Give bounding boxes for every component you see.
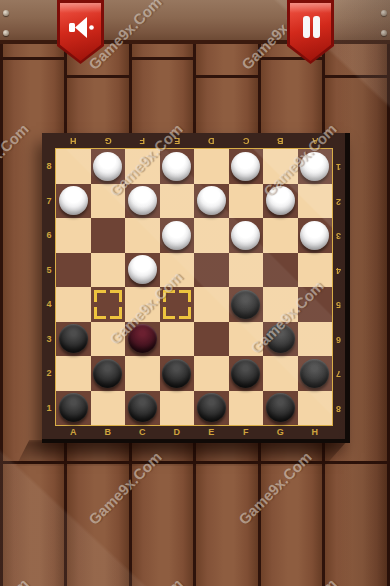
coordinate-label: 8 xyxy=(332,391,345,426)
square-h7[interactable] xyxy=(298,184,333,219)
square-d6[interactable] xyxy=(160,218,195,253)
black-piece-g1[interactable] xyxy=(266,393,295,422)
white-piece-f6[interactable] xyxy=(231,221,260,250)
square-c7[interactable] xyxy=(125,184,160,219)
screw-icon xyxy=(381,10,387,16)
white-piece-e7[interactable] xyxy=(197,186,226,215)
coordinate-label: 4 xyxy=(332,253,345,288)
board-grid xyxy=(56,149,332,425)
square-e2[interactable] xyxy=(194,356,229,391)
screw-icon xyxy=(3,30,9,36)
square-a3[interactable] xyxy=(56,322,91,357)
white-piece-g7[interactable] xyxy=(266,186,295,215)
coordinate-label: F xyxy=(229,425,264,439)
coordinate-label: C xyxy=(125,425,160,439)
square-b1[interactable] xyxy=(91,391,126,426)
coordinate-label: E xyxy=(160,133,195,149)
black-piece-b2[interactable] xyxy=(93,359,122,388)
black-piece-c1[interactable] xyxy=(128,393,157,422)
coordinate-label: 8 xyxy=(42,149,56,184)
square-a4[interactable] xyxy=(56,287,91,322)
white-piece-d8[interactable] xyxy=(162,152,191,181)
square-d4[interactable] xyxy=(160,287,195,322)
selected-black-piece-c3[interactable] xyxy=(128,324,157,353)
coordinate-label: G xyxy=(263,425,298,439)
bracket-corner xyxy=(94,290,106,302)
bracket-corner xyxy=(94,307,106,319)
coordinate-label: D xyxy=(160,425,195,439)
square-d3[interactable] xyxy=(160,322,195,357)
square-h6[interactable] xyxy=(298,218,333,253)
square-c1[interactable] xyxy=(125,391,160,426)
black-piece-f4[interactable] xyxy=(231,290,260,319)
square-b7[interactable] xyxy=(91,184,126,219)
black-piece-a1[interactable] xyxy=(59,393,88,422)
black-piece-h2[interactable] xyxy=(300,359,329,388)
coordinate-label: 2 xyxy=(332,184,345,219)
plank-joint xyxy=(64,75,129,78)
square-g8[interactable] xyxy=(263,149,298,184)
square-a1[interactable] xyxy=(56,391,91,426)
top-coordinates: HGFEDCBA xyxy=(56,133,332,149)
coordinate-label: 3 xyxy=(42,322,56,357)
square-b8[interactable] xyxy=(91,149,126,184)
square-a2[interactable] xyxy=(56,356,91,391)
coordinate-label: 1 xyxy=(42,391,56,426)
white-piece-b8[interactable] xyxy=(93,152,122,181)
checkers-board: HGFEDCBA ABCDEFGH 87654321 12345678 xyxy=(42,133,350,443)
square-c2[interactable] xyxy=(125,356,160,391)
plank-joint xyxy=(129,57,193,60)
screw-icon xyxy=(381,30,387,36)
square-f8[interactable] xyxy=(229,149,264,184)
square-f3[interactable] xyxy=(229,322,264,357)
bracket-corner xyxy=(163,290,175,302)
square-a8[interactable] xyxy=(56,149,91,184)
square-c8[interactable] xyxy=(125,149,160,184)
square-b2[interactable] xyxy=(91,356,126,391)
bracket-corner xyxy=(110,290,122,302)
move-highlight-b4[interactable] xyxy=(94,290,123,319)
square-g6[interactable] xyxy=(263,218,298,253)
coordinate-label: H xyxy=(56,133,91,149)
square-g7[interactable] xyxy=(263,184,298,219)
coordinate-label: C xyxy=(229,133,264,149)
black-piece-g3[interactable] xyxy=(266,324,295,353)
bracket-corner xyxy=(179,307,191,319)
bottom-coordinates: ABCDEFGH xyxy=(56,425,332,439)
square-e4[interactable] xyxy=(194,287,229,322)
speaker-icon xyxy=(66,14,96,40)
coordinate-label: E xyxy=(194,425,229,439)
square-d8[interactable] xyxy=(160,149,195,184)
coordinate-label: A xyxy=(56,425,91,439)
square-h4[interactable] xyxy=(298,287,333,322)
square-h1[interactable] xyxy=(298,391,333,426)
square-g1[interactable] xyxy=(263,391,298,426)
square-d7[interactable] xyxy=(160,184,195,219)
square-h5[interactable] xyxy=(298,253,333,288)
coordinate-label: 7 xyxy=(42,184,56,219)
square-e6[interactable] xyxy=(194,218,229,253)
coordinate-label: G xyxy=(91,133,126,149)
square-h3[interactable] xyxy=(298,322,333,357)
square-g5[interactable] xyxy=(263,253,298,288)
square-b3[interactable] xyxy=(91,322,126,357)
square-e3[interactable] xyxy=(194,322,229,357)
black-piece-e1[interactable] xyxy=(197,393,226,422)
square-f7[interactable] xyxy=(229,184,264,219)
coordinate-label: 5 xyxy=(42,253,56,288)
square-f2[interactable] xyxy=(229,356,264,391)
white-piece-d6[interactable] xyxy=(162,221,191,250)
board-shadow xyxy=(16,440,348,466)
white-piece-f8[interactable] xyxy=(231,152,260,181)
move-highlight-d4[interactable] xyxy=(163,290,192,319)
square-d1[interactable] xyxy=(160,391,195,426)
square-a7[interactable] xyxy=(56,184,91,219)
coordinate-label: F xyxy=(125,133,160,149)
square-c6[interactable] xyxy=(125,218,160,253)
right-coordinates: 12345678 xyxy=(332,149,345,425)
board-frame: HGFEDCBA ABCDEFGH 87654321 12345678 xyxy=(42,133,345,439)
square-g4[interactable] xyxy=(263,287,298,322)
square-c3[interactable] xyxy=(125,322,160,357)
square-c5[interactable] xyxy=(125,253,160,288)
square-h8[interactable] xyxy=(298,149,333,184)
black-piece-f2[interactable] xyxy=(231,359,260,388)
square-b6[interactable] xyxy=(91,218,126,253)
coordinate-label: H xyxy=(298,425,333,439)
square-e7[interactable] xyxy=(194,184,229,219)
coordinate-label: 4 xyxy=(42,287,56,322)
square-c4[interactable] xyxy=(125,287,160,322)
coordinate-label: D xyxy=(194,133,229,149)
black-piece-d2[interactable] xyxy=(162,359,191,388)
coordinate-label: 3 xyxy=(332,218,345,253)
square-g3[interactable] xyxy=(263,322,298,357)
white-piece-c5[interactable] xyxy=(128,255,157,284)
coordinate-label: 5 xyxy=(332,287,345,322)
coordinate-label: 7 xyxy=(332,356,345,391)
coordinate-label: 2 xyxy=(42,356,56,391)
pause-icon xyxy=(296,14,326,40)
plank-joint xyxy=(0,57,64,60)
square-a6[interactable] xyxy=(56,218,91,253)
square-d2[interactable] xyxy=(160,356,195,391)
bracket-corner xyxy=(163,307,175,319)
black-piece-a3[interactable] xyxy=(59,324,88,353)
white-piece-c7[interactable] xyxy=(128,186,157,215)
square-h2[interactable] xyxy=(298,356,333,391)
white-piece-h6[interactable] xyxy=(300,221,329,250)
coordinate-label: B xyxy=(263,133,298,149)
square-f6[interactable] xyxy=(229,218,264,253)
screw-icon xyxy=(3,10,9,16)
square-e8[interactable] xyxy=(194,149,229,184)
coordinate-label: 6 xyxy=(332,322,345,357)
square-f1[interactable] xyxy=(229,391,264,426)
bracket-corner xyxy=(179,290,191,302)
square-d5[interactable] xyxy=(160,253,195,288)
square-e1[interactable] xyxy=(194,391,229,426)
coordinate-label: 1 xyxy=(332,149,345,184)
square-f4[interactable] xyxy=(229,287,264,322)
white-piece-h8[interactable] xyxy=(300,152,329,181)
bracket-corner xyxy=(110,307,122,319)
square-g2[interactable] xyxy=(263,356,298,391)
white-piece-a7[interactable] xyxy=(59,186,88,215)
left-coordinates: 87654321 xyxy=(42,149,56,425)
coordinate-label: 6 xyxy=(42,218,56,253)
coordinate-label: A xyxy=(298,133,333,149)
square-a5[interactable] xyxy=(56,253,91,288)
square-b5[interactable] xyxy=(91,253,126,288)
coordinate-label: B xyxy=(91,425,126,439)
plank-joint xyxy=(193,75,258,78)
square-f5[interactable] xyxy=(229,253,264,288)
square-b4[interactable] xyxy=(91,287,126,322)
square-e5[interactable] xyxy=(194,253,229,288)
plank-joint xyxy=(322,75,390,78)
